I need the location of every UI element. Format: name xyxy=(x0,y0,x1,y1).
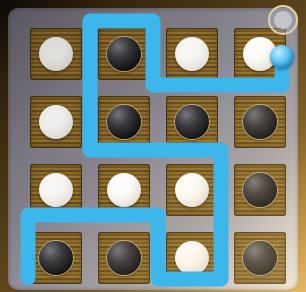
drawn-path[interactable] xyxy=(0,0,306,292)
drawn-path-line xyxy=(28,21,282,279)
goal-ring-icon xyxy=(268,5,298,35)
puzzle-board xyxy=(0,0,306,292)
goal-ring-inner-disk xyxy=(274,11,292,29)
path-ball-handle[interactable] xyxy=(270,45,294,69)
